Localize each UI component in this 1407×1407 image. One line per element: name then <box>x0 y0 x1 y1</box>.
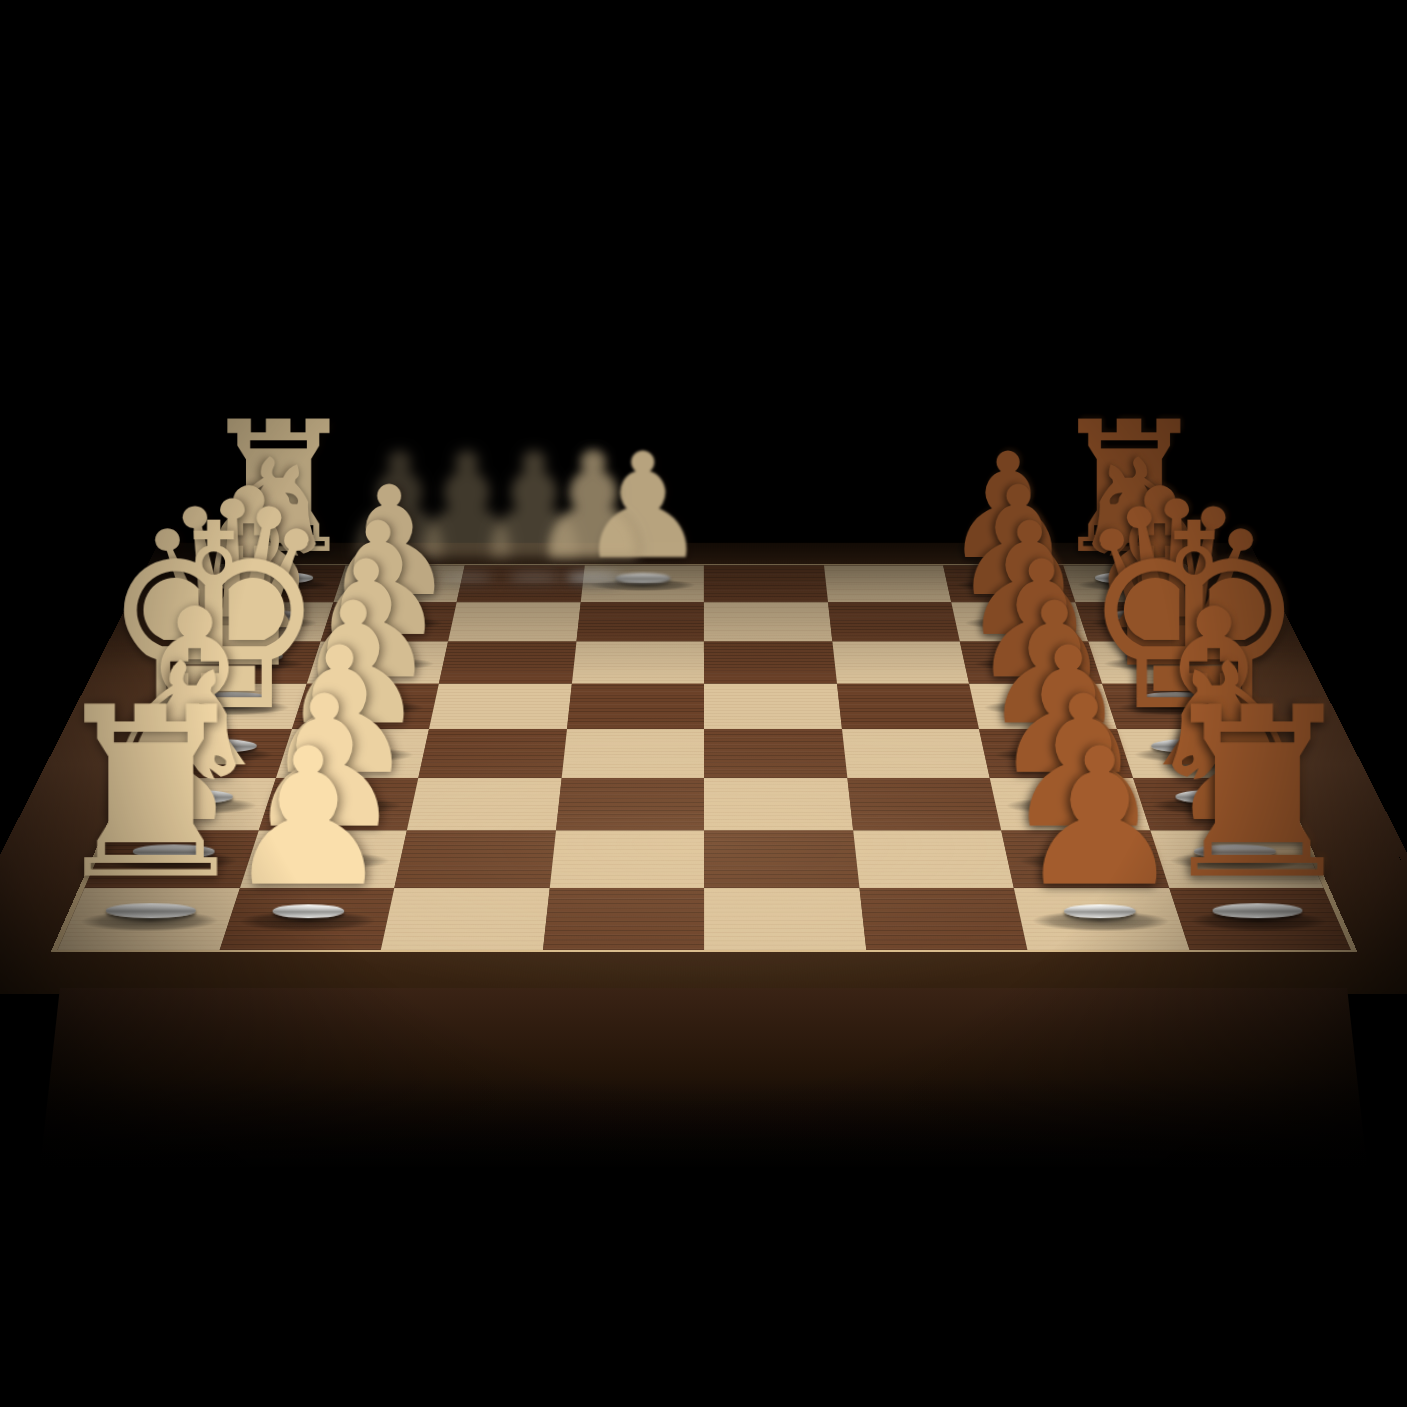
square-h1[interactable]: ♜ <box>57 887 239 949</box>
square-h5[interactable] <box>704 887 866 949</box>
square-f4[interactable] <box>555 777 704 830</box>
steel-base-ring <box>105 903 195 918</box>
square-e5[interactable] <box>704 729 847 778</box>
square-d3[interactable] <box>429 683 571 728</box>
black-rook-h8[interactable]: ♜ <box>1151 676 1362 918</box>
chess-board: ♜♟♟♟♟♟♟♟♜♞♟♟♞♝♟♟♝♛♟♟♛♚♟♟♚♝♟♟♝♞♟♟♞♜♟♟♜ <box>0 542 1407 993</box>
square-b4[interactable] <box>576 602 704 641</box>
steel-base-ring <box>564 572 619 583</box>
steel-base-ring <box>1212 903 1302 918</box>
square-c6[interactable] <box>831 641 968 683</box>
square-h4[interactable] <box>542 887 704 949</box>
square-d6[interactable] <box>836 683 978 728</box>
square-c4[interactable] <box>571 641 704 683</box>
square-g5[interactable] <box>704 830 859 887</box>
square-h3[interactable] <box>380 887 548 949</box>
pawn-glyph: ♟ <box>223 723 393 913</box>
square-a5[interactable] <box>704 565 828 602</box>
square-b5[interactable] <box>704 602 832 641</box>
playing-field: ♜♟♟♟♟♟♟♟♜♞♟♟♞♝♟♟♝♛♟♟♛♚♟♟♚♝♟♟♝♞♟♟♞♜♟♟♜ <box>50 564 1357 952</box>
square-g6[interactable] <box>852 830 1013 887</box>
square-g3[interactable] <box>394 830 555 887</box>
square-d5[interactable] <box>704 683 842 728</box>
square-h2[interactable]: ♟ <box>219 887 394 949</box>
square-e4[interactable] <box>561 729 704 778</box>
square-e6[interactable] <box>841 729 989 778</box>
square-c3[interactable] <box>438 641 575 683</box>
square-g4[interactable] <box>549 830 704 887</box>
motion-blur-ghost-pawn: ♟ <box>526 434 657 583</box>
steel-base-ring <box>272 904 343 918</box>
white-pawn-h2[interactable]: ♟ <box>223 723 393 917</box>
steel-base-ring <box>1063 904 1134 918</box>
chess-photo-stage: ♜♟♟♟♟♟♟♟♜♞♟♟♞♝♟♟♝♛♟♟♛♚♟♟♚♝♟♟♝♞♟♟♞♜♟♟♜ <box>0 0 1407 1407</box>
square-f6[interactable] <box>846 777 1000 830</box>
scene: ♜♟♟♟♟♟♟♟♜♞♟♟♞♝♟♟♝♛♟♟♛♚♟♟♚♝♟♟♝♞♟♟♞♜♟♟♜ <box>0 0 1407 1407</box>
square-d4[interactable] <box>566 683 704 728</box>
square-b3[interactable] <box>448 602 580 641</box>
square-b6[interactable] <box>827 602 959 641</box>
square-e3[interactable] <box>418 729 566 778</box>
square-f5[interactable] <box>704 777 853 830</box>
square-h6[interactable] <box>858 887 1026 949</box>
square-c5[interactable] <box>704 641 837 683</box>
square-a4[interactable]: ♟♟ <box>580 565 704 602</box>
square-a6[interactable] <box>823 565 951 602</box>
square-h8[interactable]: ♜ <box>1168 887 1350 949</box>
rook-glyph: ♜ <box>1151 676 1362 912</box>
square-f3[interactable] <box>406 777 560 830</box>
pawn-glyph: ♟ <box>526 434 657 580</box>
